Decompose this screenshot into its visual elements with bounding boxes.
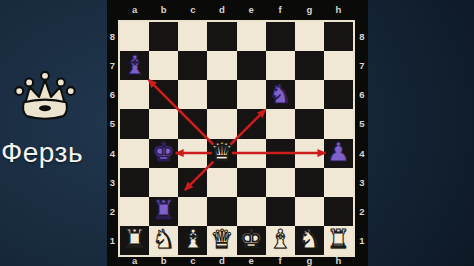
file-labels-top: abcdefgh: [120, 0, 353, 18]
piece-black-pawn-h4: ♟: [327, 139, 350, 165]
coord-label: b: [149, 0, 178, 18]
square-g4: [295, 139, 324, 168]
coord-label: g: [295, 0, 324, 18]
square-c4: [178, 139, 207, 168]
piece-white-rook-h1: ♜: [327, 226, 350, 252]
coord-label: 7: [107, 51, 118, 80]
square-a5: [120, 109, 149, 138]
square-d1: ♛: [207, 226, 236, 255]
square-a6: [120, 80, 149, 109]
square-e8: [237, 22, 266, 51]
coord-label: 4: [107, 139, 118, 168]
square-e1: ♚: [237, 226, 266, 255]
rank-labels-left: 87654321: [107, 22, 118, 255]
chess-board: abcdefgh abcdefgh 87654321 87654321 ♝♞♚♛…: [107, 0, 368, 266]
square-d4: ♛: [207, 139, 236, 168]
piece-black-king-b4: ♚: [152, 139, 175, 165]
queen-crown-icon: [12, 62, 78, 128]
square-b4: ♚: [149, 139, 178, 168]
square-f1: ♝: [266, 226, 295, 255]
coord-label: 3: [356, 168, 368, 197]
coord-label: 2: [356, 197, 368, 226]
coord-label: 3: [107, 168, 118, 197]
square-b6: [149, 80, 178, 109]
square-g7: [295, 51, 324, 80]
square-d7: [207, 51, 236, 80]
square-f6: ♞: [266, 80, 295, 109]
square-g5: [295, 109, 324, 138]
piece-white-knight-g1: ♞: [298, 226, 321, 252]
square-a8: [120, 22, 149, 51]
square-g8: [295, 22, 324, 51]
square-h2: [324, 197, 353, 226]
square-f8: [266, 22, 295, 51]
square-c1: ♝: [178, 226, 207, 255]
rank-labels-right: 87654321: [356, 22, 368, 255]
piece-white-bishop-f1: ♝: [269, 226, 292, 252]
square-c5: [178, 109, 207, 138]
square-c7: [178, 51, 207, 80]
square-e6: [237, 80, 266, 109]
coord-label: f: [266, 0, 295, 18]
square-e3: [237, 168, 266, 197]
square-f4: [266, 139, 295, 168]
square-a2: [120, 197, 149, 226]
square-d6: [207, 80, 236, 109]
piece-black-knight-f6: ♞: [269, 81, 292, 107]
square-d2: [207, 197, 236, 226]
square-h4: ♟: [324, 139, 353, 168]
lesson-title: Ферзь: [1, 137, 107, 169]
square-g3: [295, 168, 324, 197]
square-c3: [178, 168, 207, 197]
square-b2: ♜: [149, 197, 178, 226]
square-b1: ♞: [149, 226, 178, 255]
coord-label: c: [178, 0, 207, 18]
coord-label: 5: [107, 109, 118, 138]
piece-black-rook-b2: ♜: [152, 197, 175, 223]
coord-label: d: [207, 0, 236, 18]
piece-white-bishop-c1: ♝: [181, 226, 204, 252]
square-e5: [237, 109, 266, 138]
square-c8: [178, 22, 207, 51]
square-f3: [266, 168, 295, 197]
coord-label: h: [324, 0, 353, 18]
square-a3: [120, 168, 149, 197]
piece-white-rook-a1: ♜: [123, 226, 146, 252]
lesson-panel: Ферзь: [0, 0, 107, 266]
coord-label: 4: [356, 139, 368, 168]
square-g1: ♞: [295, 226, 324, 255]
square-e4: [237, 139, 266, 168]
coord-label: 5: [356, 109, 368, 138]
square-c6: [178, 80, 207, 109]
video-frame: Ферзь abcdefgh abcdefgh 87654321 8765432…: [0, 0, 474, 266]
square-h3: [324, 168, 353, 197]
square-c2: [178, 197, 207, 226]
piece-white-queen-d1: ♛: [210, 226, 233, 252]
coord-label: 6: [107, 80, 118, 109]
piece-white-king-e1: ♚: [239, 226, 262, 252]
square-g6: [295, 80, 324, 109]
coord-label: 8: [356, 22, 368, 51]
square-h1: ♜: [324, 226, 353, 255]
board-squares: ♝♞♚♛♟♜♜♞♝♛♚♝♞♜: [118, 20, 355, 257]
square-e2: [237, 197, 266, 226]
coord-label: 8: [107, 22, 118, 51]
coord-label: 6: [356, 80, 368, 109]
coord-label: 1: [356, 226, 368, 255]
coord-label: a: [120, 0, 149, 18]
coord-label: 7: [356, 51, 368, 80]
square-a7: ♝: [120, 51, 149, 80]
square-g2: [295, 197, 324, 226]
square-f5: [266, 109, 295, 138]
square-b5: [149, 109, 178, 138]
square-h8: [324, 22, 353, 51]
square-b7: [149, 51, 178, 80]
square-d3: [207, 168, 236, 197]
square-h5: [324, 109, 353, 138]
square-b8: [149, 22, 178, 51]
square-a4: [120, 139, 149, 168]
board-grid: ♝♞♚♛♟♜♜♞♝♛♚♝♞♜: [120, 22, 353, 255]
square-d5: [207, 109, 236, 138]
square-h7: [324, 51, 353, 80]
square-e7: [237, 51, 266, 80]
coord-label: e: [237, 0, 266, 18]
square-f7: [266, 51, 295, 80]
piece-white-knight-b1: ♞: [152, 226, 175, 252]
square-d8: [207, 22, 236, 51]
piece-white-queen-d4: ♛: [210, 139, 233, 165]
piece-black-bishop-a7: ♝: [123, 52, 146, 78]
square-b3: [149, 168, 178, 197]
coord-label: 2: [107, 197, 118, 226]
square-h6: [324, 80, 353, 109]
square-f2: [266, 197, 295, 226]
square-a1: ♜: [120, 226, 149, 255]
coord-label: 1: [107, 226, 118, 255]
